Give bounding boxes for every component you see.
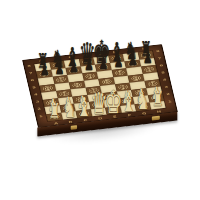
coord-label: G [137,111,152,115]
square-a1: ♜ [46,112,62,121]
coord-label: A [48,121,63,125]
coord-label: E [107,115,122,119]
coord-label: F [122,113,137,117]
chess-set-photo: ABCDEFGH ABCDEFGH 87654321 87654321 ♜♞♝♛… [0,0,200,200]
brass-hinge-icon [71,125,77,130]
square-e1: ♚ [105,106,121,115]
coord-label: D [92,116,107,120]
square-d1: ♛ [90,107,106,116]
square-c1: ♝ [76,109,92,118]
square-h1: ♜ [149,101,165,110]
coord-label: H [151,110,166,114]
square-b1: ♞ [61,111,77,120]
coord-label: 1 [165,100,175,108]
coord-label: 1 [37,114,47,122]
brass-clasp-icon [152,116,160,121]
square-f1: ♝ [120,104,136,113]
square-g1: ♞ [134,102,150,111]
coord-label: B [63,120,78,124]
coord-label: C [78,118,93,122]
